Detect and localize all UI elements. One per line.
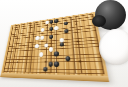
black-stones-bowl [95, 0, 126, 30]
go-scene-photo [0, 0, 128, 87]
white-stones-bowl [99, 29, 128, 65]
